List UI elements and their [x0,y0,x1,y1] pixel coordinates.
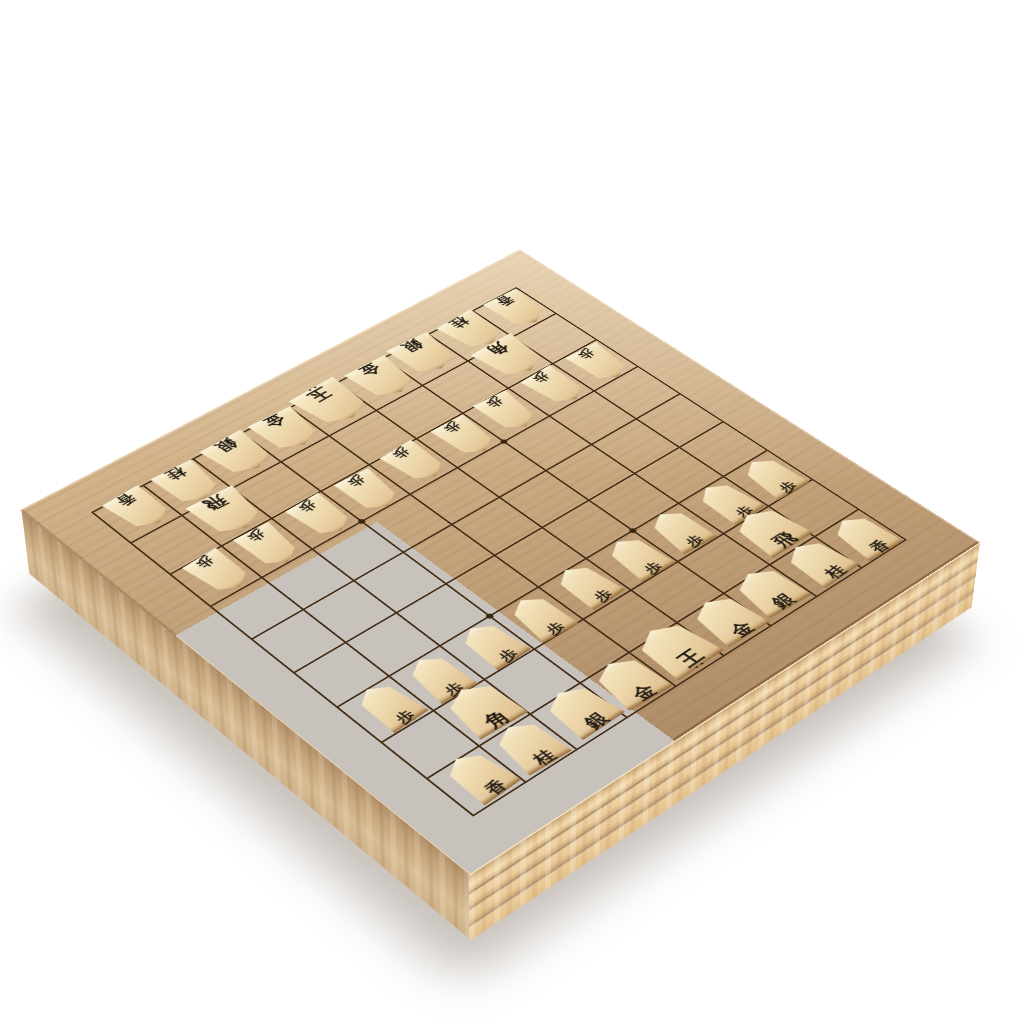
piece-kanji-bottom: 車 [880,547,906,564]
piece-kanji-top: 香 [112,492,138,508]
piece-kanji-top: 玉 [304,385,335,404]
piece-kanji-top: 飛 [768,529,800,549]
piece-kanji-top: 銀 [212,437,241,455]
piece-kanji-top: 桂 [446,315,471,330]
piece-kanji-top: 金 [260,413,289,431]
star-point [499,439,509,445]
piece-kanji-top: 金 [356,362,384,379]
star-point [628,527,638,533]
board-surface: 香車桂馬銀将金将玉将金将銀将桂馬香車角行飛車歩兵歩兵歩兵歩兵歩兵歩兵歩兵歩兵歩兵… [20,249,980,875]
star-point [485,613,495,620]
star-point [357,518,367,524]
product-photo-scene: 香車桂馬銀将金将玉将金将銀将桂馬香車角行飛車歩兵歩兵歩兵歩兵歩兵歩兵歩兵歩兵歩兵… [0,0,1024,1024]
piece-kanji-top: 香 [493,294,517,308]
shogi-board: 香車桂馬銀将金将玉将金将銀将桂馬香車角行飛車歩兵歩兵歩兵歩兵歩兵歩兵歩兵歩兵歩兵… [20,249,980,875]
piece-kanji-top: 銀 [398,338,426,355]
